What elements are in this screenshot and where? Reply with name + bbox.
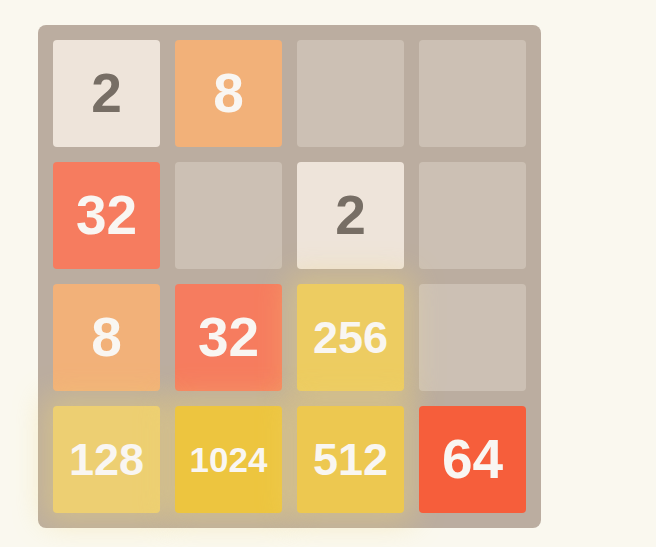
board-cell-r2c2 (175, 162, 282, 269)
tile-32: 32 (53, 162, 160, 269)
board-cell-r1c1: 2 (53, 40, 160, 147)
tile-1024: 1024 (175, 406, 282, 513)
tile-8: 8 (175, 40, 282, 147)
board-cell-r4c3: 512 (297, 406, 404, 513)
board-cell-r1c3 (297, 40, 404, 147)
board-cell-r1c4 (419, 40, 526, 147)
board-cell-r3c2: 32 (175, 284, 282, 391)
board-cell-r2c4 (419, 162, 526, 269)
board-cell-r3c4 (419, 284, 526, 391)
board-cell-r4c1: 128 (53, 406, 160, 513)
game-board-2048[interactable]: 28322832256128102451264 (38, 25, 541, 528)
tile-2: 2 (297, 162, 404, 269)
board-cell-r2c1: 32 (53, 162, 160, 269)
board-cell-r1c2: 8 (175, 40, 282, 147)
board-cell-r2c3: 2 (297, 162, 404, 269)
tile-2: 2 (53, 40, 160, 147)
board-cell-r4c4: 64 (419, 406, 526, 513)
tile-8: 8 (53, 284, 160, 391)
tile-256: 256 (297, 284, 404, 391)
tile-512: 512 (297, 406, 404, 513)
board-cell-r4c2: 1024 (175, 406, 282, 513)
board-cell-r3c3: 256 (297, 284, 404, 391)
tile-32: 32 (175, 284, 282, 391)
tile-128: 128 (53, 406, 160, 513)
board-cell-r3c1: 8 (53, 284, 160, 391)
tile-64: 64 (419, 406, 526, 513)
